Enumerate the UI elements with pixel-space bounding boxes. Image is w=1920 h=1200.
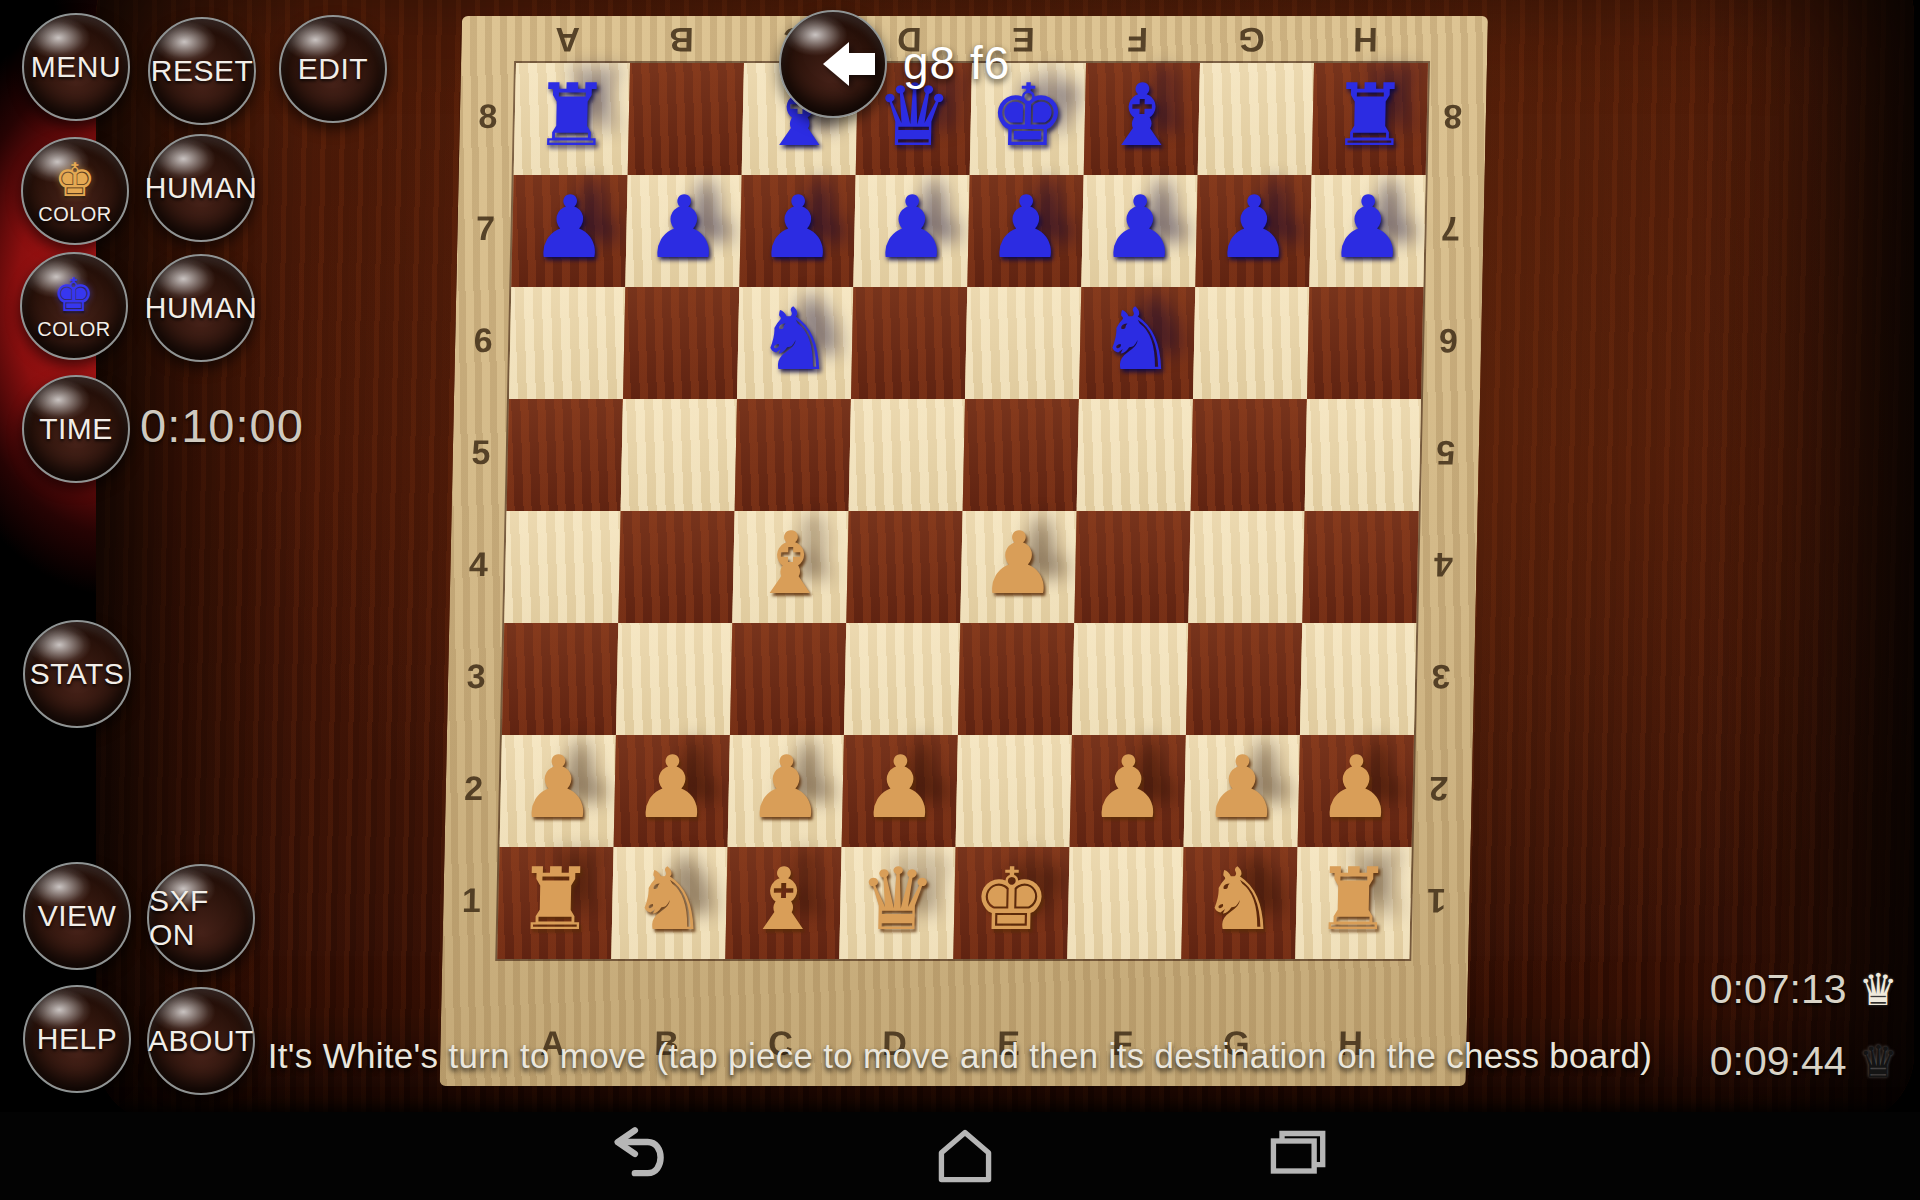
- black-color-button[interactable]: ♚ COLOR: [20, 252, 128, 360]
- square-g2[interactable]: ♟: [1184, 735, 1300, 847]
- black-knight-piece[interactable]: ♞: [1098, 296, 1177, 382]
- home-icon[interactable]: [930, 1126, 1000, 1186]
- white-rook-piece[interactable]: ♜: [516, 856, 595, 942]
- black-color-label: COLOR: [37, 318, 111, 341]
- square-a7[interactable]: ♟: [511, 175, 627, 287]
- square-c4[interactable]: ♝: [732, 511, 848, 623]
- file-label-top-b: B: [651, 20, 712, 59]
- black-knight-piece[interactable]: ♞: [756, 296, 835, 382]
- square-e6[interactable]: [965, 287, 1081, 399]
- square-g7[interactable]: ♟: [1195, 175, 1311, 287]
- white-human-label: HUMAN: [145, 171, 258, 205]
- white-knight-piece[interactable]: ♞: [630, 856, 709, 942]
- rank-label-left-6: 6: [453, 321, 514, 360]
- square-e7[interactable]: ♟: [967, 175, 1083, 287]
- reset-label: RESET: [151, 54, 254, 88]
- rank-label-right-7: 7: [1420, 209, 1481, 248]
- square-d7[interactable]: ♟: [853, 175, 969, 287]
- square-e5[interactable]: [963, 399, 1079, 511]
- chess-board-frame: ♜♝♛♚♝♜♟♟♟♟♟♟♟♟♞♞♝♟♟♟♟♟♟♟♟♜♞♝♛♚♞♜ AABBCCD…: [440, 16, 1488, 1086]
- square-h8[interactable]: ♜: [1312, 63, 1428, 175]
- white-bishop-piece[interactable]: ♝: [744, 856, 823, 942]
- menu-button[interactable]: MENU: [22, 13, 130, 121]
- square-c6[interactable]: ♞: [737, 287, 853, 399]
- black-pawn-piece[interactable]: ♟: [758, 184, 837, 270]
- square-d4[interactable]: [846, 511, 962, 623]
- white-clock-value: 0:07:13: [1710, 966, 1847, 1013]
- square-d3[interactable]: [844, 623, 960, 735]
- file-label-top-g: G: [1221, 20, 1282, 59]
- black-pawn-piece[interactable]: ♟: [1100, 184, 1179, 270]
- white-queen-piece[interactable]: ♛: [858, 856, 937, 942]
- sxf-label: SXF ON: [149, 884, 253, 952]
- square-d6[interactable]: [851, 287, 967, 399]
- black-pawn-piece[interactable]: ♟: [872, 184, 951, 270]
- undo-move-button[interactable]: [779, 10, 887, 118]
- back-icon[interactable]: [602, 1126, 672, 1186]
- square-e2[interactable]: [956, 735, 1072, 847]
- square-c7[interactable]: ♟: [739, 175, 855, 287]
- app-screen: ♜♝♛♚♝♜♟♟♟♟♟♟♟♟♞♞♝♟♟♟♟♟♟♟♟♜♞♝♛♚♞♜ AABBCCD…: [0, 0, 1920, 1200]
- square-a5[interactable]: [507, 399, 623, 511]
- square-a2[interactable]: ♟: [500, 735, 616, 847]
- square-b3[interactable]: [616, 623, 732, 735]
- status-message: It's White's turn to move (tap piece to …: [0, 1036, 1920, 1076]
- black-player-type-button[interactable]: HUMAN: [147, 254, 255, 362]
- sxf-toggle-button[interactable]: SXF ON: [147, 864, 255, 972]
- black-pawn-piece[interactable]: ♟: [1214, 184, 1293, 270]
- rank-label-left-5: 5: [450, 433, 511, 472]
- white-bishop-piece[interactable]: ♝: [751, 520, 830, 606]
- square-h7[interactable]: ♟: [1309, 175, 1425, 287]
- square-d2[interactable]: ♟: [842, 735, 958, 847]
- white-pawn-piece[interactable]: ♟: [1202, 744, 1281, 830]
- square-f6[interactable]: ♞: [1079, 287, 1195, 399]
- black-pawn-piece[interactable]: ♟: [986, 184, 1065, 270]
- white-pawn-piece[interactable]: ♟: [518, 744, 597, 830]
- white-pawn-piece[interactable]: ♟: [632, 744, 711, 830]
- black-rook-piece[interactable]: ♜: [532, 72, 611, 158]
- view-label: VIEW: [38, 899, 117, 933]
- white-pawn-piece[interactable]: ♟: [746, 744, 825, 830]
- square-c2[interactable]: ♟: [728, 735, 844, 847]
- edit-button[interactable]: EDIT: [279, 15, 387, 123]
- black-rook-piece[interactable]: ♜: [1330, 72, 1409, 158]
- black-pawn-piece[interactable]: ♟: [644, 184, 723, 270]
- square-a4[interactable]: [504, 511, 620, 623]
- rank-label-right-8: 8: [1422, 97, 1483, 136]
- white-king-piece[interactable]: ♚: [972, 856, 1051, 942]
- square-c1[interactable]: ♝: [725, 847, 841, 959]
- square-d1[interactable]: ♛: [839, 847, 955, 959]
- black-human-label: HUMAN: [145, 291, 258, 325]
- square-h5[interactable]: [1305, 399, 1421, 511]
- black-bishop-piece[interactable]: ♝: [1102, 72, 1181, 158]
- rank-label-right-6: 6: [1418, 321, 1479, 360]
- view-button[interactable]: VIEW: [23, 862, 131, 970]
- square-a1[interactable]: ♜: [497, 847, 613, 959]
- time-setting-value: 0:10:00: [140, 398, 304, 453]
- white-king-icon: ♚: [54, 157, 96, 203]
- white-color-label: COLOR: [38, 203, 112, 226]
- reset-button[interactable]: RESET: [148, 17, 256, 125]
- white-rook-piece[interactable]: ♜: [1314, 856, 1393, 942]
- square-g4[interactable]: [1188, 511, 1304, 623]
- rank-label-left-7: 7: [455, 209, 516, 248]
- white-pawn-piece[interactable]: ♟: [860, 744, 939, 830]
- square-f2[interactable]: ♟: [1070, 735, 1186, 847]
- white-pawn-piece[interactable]: ♟: [979, 520, 1058, 606]
- recents-icon[interactable]: [1262, 1126, 1332, 1186]
- square-g3[interactable]: [1186, 623, 1302, 735]
- rank-label-right-3: 3: [1411, 657, 1472, 696]
- rank-label-left-2: 2: [443, 769, 504, 808]
- square-c3[interactable]: [730, 623, 846, 735]
- blue-king-icon: ♚: [53, 272, 95, 318]
- square-b1[interactable]: ♞: [611, 847, 727, 959]
- white-player-type-button[interactable]: HUMAN: [147, 134, 255, 242]
- white-piece-icon: ♛: [1859, 968, 1898, 1012]
- time-label: TIME: [39, 412, 113, 446]
- square-b4[interactable]: [618, 511, 734, 623]
- square-b6[interactable]: [623, 287, 739, 399]
- square-h6[interactable]: [1307, 287, 1423, 399]
- square-b2[interactable]: ♟: [614, 735, 730, 847]
- square-f4[interactable]: [1074, 511, 1190, 623]
- rank-label-left-8: 8: [457, 97, 518, 136]
- square-h3[interactable]: [1300, 623, 1416, 735]
- android-nav-bar: [0, 1112, 1920, 1200]
- black-pawn-piece[interactable]: ♟: [530, 184, 609, 270]
- menu-label: MENU: [31, 50, 121, 84]
- file-label-top-f: F: [1107, 20, 1168, 59]
- square-g1[interactable]: ♞: [1181, 847, 1297, 959]
- rank-label-right-1: 1: [1406, 881, 1467, 920]
- square-d5[interactable]: [849, 399, 965, 511]
- square-a8[interactable]: ♜: [514, 63, 630, 175]
- white-pawn-piece[interactable]: ♟: [1316, 744, 1395, 830]
- square-g8[interactable]: [1198, 63, 1314, 175]
- square-f8[interactable]: ♝: [1084, 63, 1200, 175]
- square-b5[interactable]: [621, 399, 737, 511]
- rank-label-right-2: 2: [1408, 769, 1469, 808]
- rank-label-left-3: 3: [446, 657, 507, 696]
- square-e3[interactable]: [958, 623, 1074, 735]
- white-color-button[interactable]: ♚ COLOR: [21, 137, 129, 245]
- last-move-label: g8 f6: [903, 36, 1010, 90]
- square-f7[interactable]: ♟: [1081, 175, 1197, 287]
- white-clock: 0:07:13 ♛: [1710, 966, 1898, 1013]
- stats-button[interactable]: STATS: [23, 620, 131, 728]
- rank-label-left-4: 4: [448, 545, 509, 584]
- time-button[interactable]: TIME: [22, 375, 130, 483]
- square-a6[interactable]: [509, 287, 625, 399]
- rank-label-right-4: 4: [1413, 545, 1474, 584]
- square-e1[interactable]: ♚: [953, 847, 1069, 959]
- chess-board[interactable]: ♜♝♛♚♝♜♟♟♟♟♟♟♟♟♞♞♝♟♟♟♟♟♟♟♟♜♞♝♛♚♞♜: [497, 63, 1428, 959]
- file-label-top-a: A: [537, 20, 598, 59]
- white-knight-piece[interactable]: ♞: [1200, 856, 1279, 942]
- square-h1[interactable]: ♜: [1295, 847, 1411, 959]
- square-g5[interactable]: [1191, 399, 1307, 511]
- square-h2[interactable]: ♟: [1298, 735, 1414, 847]
- square-b7[interactable]: ♟: [625, 175, 741, 287]
- edit-label: EDIT: [298, 52, 368, 86]
- square-c5[interactable]: [735, 399, 851, 511]
- rank-label-right-5: 5: [1415, 433, 1476, 472]
- square-h4[interactable]: [1302, 511, 1418, 623]
- white-pawn-piece[interactable]: ♟: [1088, 744, 1167, 830]
- square-f1[interactable]: [1067, 847, 1183, 959]
- file-label-top-h: H: [1335, 20, 1396, 59]
- square-b8[interactable]: [628, 63, 744, 175]
- stats-label: STATS: [30, 657, 125, 691]
- rank-label-left-1: 1: [441, 881, 502, 920]
- left-arrow-icon: [801, 42, 849, 86]
- square-f3[interactable]: [1072, 623, 1188, 735]
- square-a3[interactable]: [502, 623, 618, 735]
- square-e4[interactable]: ♟: [960, 511, 1076, 623]
- square-f5[interactable]: [1077, 399, 1193, 511]
- black-pawn-piece[interactable]: ♟: [1328, 184, 1407, 270]
- square-g6[interactable]: [1193, 287, 1309, 399]
